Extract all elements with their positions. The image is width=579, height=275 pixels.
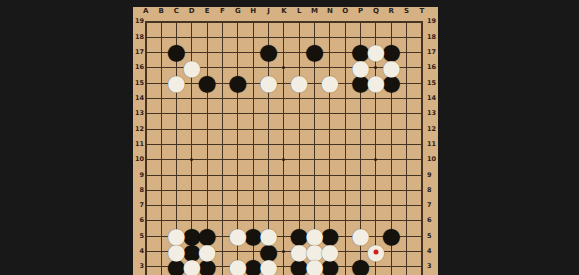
grid-line-horizontal [145,129,423,130]
row-label-left: 8 [133,187,144,194]
white-stone[interactable]: ● [184,60,200,76]
grid-line-vertical [283,22,284,275]
row-label-right: 3 [427,263,439,270]
white-stone[interactable]: ● [307,259,323,275]
column-label: C [170,8,182,15]
star-point [282,250,285,253]
column-label: O [339,8,351,15]
row-label-right: 18 [427,34,439,41]
row-label-right: 10 [427,156,439,163]
row-label-left: 9 [133,172,144,179]
row-label-left: 17 [133,49,144,56]
go-board[interactable]: ABCDEFGHJKLMNOPQRST191918181717161615151… [133,0,438,275]
last-move-marker [373,249,378,254]
star-point [282,158,285,161]
grid-line-horizontal [145,98,423,99]
row-label-left: 15 [133,80,144,87]
row-label-left: 12 [133,126,144,133]
column-label: T [416,8,428,15]
black-stone[interactable]: ● [199,75,215,91]
column-label: L [293,8,305,15]
star-point [374,66,377,69]
column-label: A [140,8,152,15]
column-label: E [201,8,213,15]
row-label-left: 16 [133,64,144,71]
row-label-left: 4 [133,248,144,255]
grid-line-horizontal [145,144,423,145]
column-label: H [247,8,259,15]
column-label: P [355,8,367,15]
black-stone[interactable]: ● [261,44,277,60]
row-label-right: 8 [427,187,439,194]
black-stone[interactable]: ● [383,228,399,244]
row-label-right: 11 [427,141,439,148]
row-label-left: 5 [133,233,144,240]
white-stone[interactable]: ● [368,244,384,260]
white-stone[interactable]: ● [168,75,184,91]
row-label-left: 19 [133,18,144,25]
white-stone[interactable]: ● [322,75,338,91]
star-point [190,158,193,161]
white-stone[interactable]: ● [291,75,307,91]
row-label-left: 11 [133,141,144,148]
column-label: B [155,8,167,15]
row-label-right: 13 [427,110,439,117]
white-stone[interactable]: ● [261,228,277,244]
row-label-right: 5 [427,233,439,240]
row-label-left: 7 [133,202,144,209]
row-label-right: 16 [427,64,439,71]
black-stone[interactable]: ● [230,75,246,91]
grid-line-vertical [406,22,407,275]
column-label: R [385,8,397,15]
white-stone[interactable]: ● [230,259,246,275]
row-label-right: 9 [427,172,439,179]
star-point [282,66,285,69]
star-point [374,158,377,161]
black-stone[interactable]: ● [307,44,323,60]
column-label: K [278,8,290,15]
column-label: F [216,8,228,15]
grid-line-vertical [421,22,423,275]
row-label-left: 10 [133,156,144,163]
white-stone[interactable]: ● [383,60,399,76]
column-label: Q [370,8,382,15]
row-label-left: 13 [133,110,144,117]
row-label-left: 18 [133,34,144,41]
grid-line-horizontal [145,175,423,176]
column-label: S [401,8,413,15]
grid-line-horizontal [145,37,423,38]
white-stone[interactable]: ● [368,75,384,91]
grid-line-vertical [145,22,147,275]
column-label: N [324,8,336,15]
row-label-left: 3 [133,263,144,270]
grid-line-horizontal [145,220,423,221]
grid-line-vertical [161,22,162,275]
grid-line-horizontal [145,21,423,23]
grid-line-vertical [222,22,223,275]
white-stone[interactable]: ● [184,259,200,275]
row-label-right: 19 [427,18,439,25]
app-background: ABCDEFGHJKLMNOPQRST191918181717161615151… [0,0,579,275]
grid-line-horizontal [145,190,423,191]
row-label-right: 15 [427,80,439,87]
column-label: M [309,8,321,15]
column-label: J [263,8,275,15]
row-label-left: 14 [133,95,144,102]
white-stone[interactable]: ● [261,75,277,91]
grid-line-horizontal [145,113,423,114]
column-label: D [186,8,198,15]
column-label: G [232,8,244,15]
row-label-right: 14 [427,95,439,102]
grid-line-vertical [345,22,346,275]
row-label-right: 12 [427,126,439,133]
white-stone[interactable]: ● [261,259,277,275]
white-stone[interactable]: ● [230,228,246,244]
white-stone[interactable]: ● [199,244,215,260]
row-label-right: 4 [427,248,439,255]
grid-line-horizontal [145,205,423,206]
row-label-right: 6 [427,217,439,224]
top-border-band [0,0,579,7]
row-label-right: 7 [427,202,439,209]
row-label-left: 6 [133,217,144,224]
white-stone[interactable]: ● [322,244,338,260]
row-label-right: 17 [427,49,439,56]
